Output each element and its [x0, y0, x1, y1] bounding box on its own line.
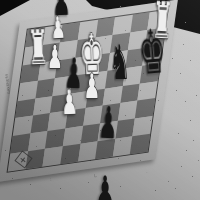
white-pawn-glyph: ♟: [84, 69, 101, 103]
pieces-layer: ♟♟♜♜♟♚♚♞♟♟♟♟♟: [0, 0, 200, 200]
white-pawn-glyph: ♟: [60, 85, 78, 120]
black-pawn-glyph: ♟: [97, 101, 119, 146]
chessboard-photo: + GAVENERS : L . ♟♟♜♜♟♚♚♞♟♟♟♟♟: [0, 0, 200, 200]
black-knight-glyph: ♞: [109, 38, 131, 86]
black-king-glyph: ♚: [136, 21, 168, 83]
white-rook-glyph: ♜: [27, 23, 49, 72]
black-pawn-glyph: ♟: [95, 171, 116, 200]
white-pawn-glyph: ♟: [47, 41, 63, 73]
photo-noise-light: [0, 0, 1, 1]
